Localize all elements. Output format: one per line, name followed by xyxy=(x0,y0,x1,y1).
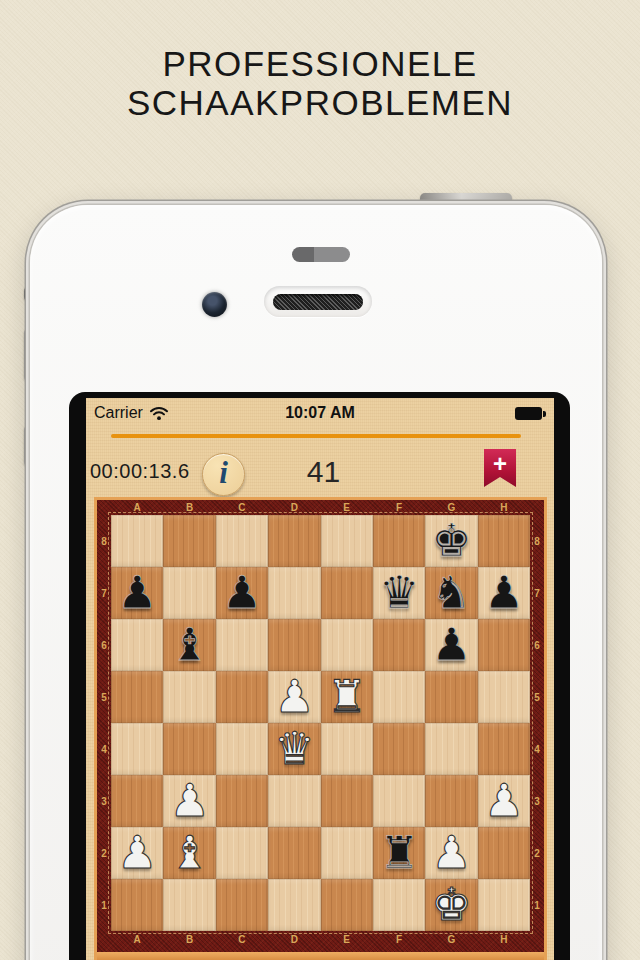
square-f7[interactable]: ♛ xyxy=(373,567,425,619)
square-a5[interactable] xyxy=(111,671,163,723)
square-f2[interactable]: ♜ xyxy=(373,827,425,879)
square-e2[interactable] xyxy=(321,827,373,879)
square-e5[interactable]: ♜ xyxy=(321,671,373,723)
square-d8[interactable] xyxy=(268,515,320,567)
file-label: D xyxy=(268,934,320,945)
square-g1[interactable]: ♚ xyxy=(425,879,477,931)
square-g2[interactable]: ♟ xyxy=(425,827,477,879)
square-b1[interactable] xyxy=(163,879,215,931)
piece-white-king[interactable]: ♚ xyxy=(431,879,471,931)
piece-white-rook[interactable]: ♜ xyxy=(327,671,367,723)
file-label: B xyxy=(163,502,215,513)
piece-white-bishop[interactable]: ♝ xyxy=(169,827,209,879)
square-c7[interactable]: ♟ xyxy=(216,567,268,619)
square-d5[interactable]: ♟ xyxy=(268,671,320,723)
square-a3[interactable] xyxy=(111,775,163,827)
file-label: F xyxy=(373,934,425,945)
file-label: C xyxy=(216,934,268,945)
square-h1[interactable] xyxy=(478,879,530,931)
square-h4[interactable] xyxy=(478,723,530,775)
piece-black-pawn[interactable]: ♟ xyxy=(431,619,471,671)
file-label: G xyxy=(425,502,477,513)
rank-label: 7 xyxy=(530,588,544,599)
file-label: D xyxy=(268,502,320,513)
square-e3[interactable] xyxy=(321,775,373,827)
info-icon: i xyxy=(219,455,228,491)
rank-label: 6 xyxy=(530,640,544,651)
square-c8[interactable] xyxy=(216,515,268,567)
piece-white-pawn[interactable]: ♟ xyxy=(117,827,157,879)
square-e1[interactable] xyxy=(321,879,373,931)
rank-label: 7 xyxy=(97,588,111,599)
square-a2[interactable]: ♟ xyxy=(111,827,163,879)
square-a8[interactable] xyxy=(111,515,163,567)
piece-white-pawn[interactable]: ♟ xyxy=(484,775,524,827)
square-g3[interactable] xyxy=(425,775,477,827)
square-d3[interactable] xyxy=(268,775,320,827)
rank-label: 5 xyxy=(530,692,544,703)
file-label: A xyxy=(111,502,163,513)
rank-label: 5 xyxy=(97,692,111,703)
piece-black-rook[interactable]: ♜ xyxy=(379,827,419,879)
app-screen: Carrier 10:07 AM 00:00:13.6 i 41 + xyxy=(86,398,554,960)
square-d1[interactable] xyxy=(268,879,320,931)
piece-white-pawn[interactable]: ♟ xyxy=(431,827,471,879)
piece-black-pawn[interactable]: ♟ xyxy=(484,567,524,619)
square-h3[interactable]: ♟ xyxy=(478,775,530,827)
piece-white-pawn[interactable]: ♟ xyxy=(169,775,209,827)
square-d7[interactable] xyxy=(268,567,320,619)
piece-black-bishop[interactable]: ♝ xyxy=(169,619,209,671)
square-h2[interactable] xyxy=(478,827,530,879)
square-b3[interactable]: ♟ xyxy=(163,775,215,827)
piece-black-knight[interactable]: ♞ xyxy=(431,567,471,619)
square-a4[interactable] xyxy=(111,723,163,775)
rank-label: 4 xyxy=(97,744,111,755)
file-label: H xyxy=(478,502,530,513)
square-c1[interactable] xyxy=(216,879,268,931)
piece-black-king[interactable]: ♚ xyxy=(431,515,471,567)
rank-label: 1 xyxy=(97,900,111,911)
square-d6[interactable] xyxy=(268,619,320,671)
square-g8[interactable]: ♚ xyxy=(425,515,477,567)
square-g7[interactable]: ♞ xyxy=(425,567,477,619)
file-label: E xyxy=(321,502,373,513)
square-e7[interactable] xyxy=(321,567,373,619)
square-h5[interactable] xyxy=(478,671,530,723)
rank-label: 8 xyxy=(530,536,544,547)
plus-icon: + xyxy=(493,449,507,487)
chess-board[interactable]: ♚♟♟♛♞♟♝♟♟♜♛♟♟♟♝♜♟♚ xyxy=(111,515,530,931)
status-bar: Carrier 10:07 AM xyxy=(86,398,554,428)
square-h8[interactable] xyxy=(478,515,530,567)
rank-label: 4 xyxy=(530,744,544,755)
square-a7[interactable]: ♟ xyxy=(111,567,163,619)
square-e8[interactable] xyxy=(321,515,373,567)
square-f3[interactable] xyxy=(373,775,425,827)
piece-white-queen[interactable]: ♛ xyxy=(274,723,314,775)
square-g4[interactable] xyxy=(425,723,477,775)
proximity-sensor xyxy=(292,247,350,262)
file-label: G xyxy=(425,934,477,945)
rank-label: 3 xyxy=(530,796,544,807)
board-frame-trim xyxy=(97,952,544,960)
earpiece-speaker xyxy=(264,286,372,317)
problem-number: 41 xyxy=(281,455,366,489)
rank-label: 6 xyxy=(97,640,111,651)
square-e6[interactable] xyxy=(321,619,373,671)
square-f1[interactable] xyxy=(373,879,425,931)
rank-label: 8 xyxy=(97,536,111,547)
file-label: H xyxy=(478,934,530,945)
square-g6[interactable]: ♟ xyxy=(425,619,477,671)
square-b8[interactable] xyxy=(163,515,215,567)
square-h7[interactable]: ♟ xyxy=(478,567,530,619)
square-b7[interactable] xyxy=(163,567,215,619)
square-c4[interactable] xyxy=(216,723,268,775)
rank-labels-left: 87654321 xyxy=(97,515,111,931)
speaker-mesh xyxy=(273,294,363,310)
file-label: A xyxy=(111,934,163,945)
chess-board-frame: ABCDEFGH 87654321 ♚♟♟♛♞♟♝♟♟♜♛♟♟♟♝♜♟♚ 876… xyxy=(94,497,547,960)
square-f5[interactable] xyxy=(373,671,425,723)
rank-label: 2 xyxy=(97,848,111,859)
square-c2[interactable] xyxy=(216,827,268,879)
square-d4[interactable]: ♛ xyxy=(268,723,320,775)
square-c5[interactable] xyxy=(216,671,268,723)
file-labels-top: ABCDEFGH xyxy=(97,500,544,515)
bookmark-add-button[interactable]: + xyxy=(484,449,516,487)
rank-label: 1 xyxy=(530,900,544,911)
square-h6[interactable] xyxy=(478,619,530,671)
file-label: F xyxy=(373,502,425,513)
square-f8[interactable] xyxy=(373,515,425,567)
square-a1[interactable] xyxy=(111,879,163,931)
square-b2[interactable]: ♝ xyxy=(163,827,215,879)
file-label: B xyxy=(163,934,215,945)
info-button[interactable]: i xyxy=(202,453,245,496)
square-e4[interactable] xyxy=(321,723,373,775)
square-f4[interactable] xyxy=(373,723,425,775)
app-title-line2: SCHAAKPROBLEMEN xyxy=(0,83,640,122)
timer-display: 00:00:13.6 xyxy=(90,460,190,483)
app-title: PROFESSIONELE SCHAAKPROBLEMEN xyxy=(0,44,640,122)
app-title-line1: PROFESSIONELE xyxy=(0,44,640,83)
square-c6[interactable] xyxy=(216,619,268,671)
orange-divider xyxy=(111,434,521,438)
rank-labels-right: 87654321 xyxy=(530,515,544,931)
file-label: E xyxy=(321,934,373,945)
square-a6[interactable] xyxy=(111,619,163,671)
piece-black-queen[interactable]: ♛ xyxy=(379,567,419,619)
square-b4[interactable] xyxy=(163,723,215,775)
piece-white-pawn[interactable]: ♟ xyxy=(274,671,314,723)
rank-label: 3 xyxy=(97,796,111,807)
square-b5[interactable] xyxy=(163,671,215,723)
front-camera-icon xyxy=(202,292,227,317)
square-d2[interactable] xyxy=(268,827,320,879)
piece-black-pawn[interactable]: ♟ xyxy=(117,567,157,619)
rank-label: 2 xyxy=(530,848,544,859)
square-f6[interactable] xyxy=(373,619,425,671)
square-g5[interactable] xyxy=(425,671,477,723)
iphone-frame: Carrier 10:07 AM 00:00:13.6 i 41 + xyxy=(30,205,602,960)
file-labels-bottom: ABCDEFGH xyxy=(97,931,544,947)
piece-black-pawn[interactable]: ♟ xyxy=(222,567,262,619)
square-b6[interactable]: ♝ xyxy=(163,619,215,671)
square-c3[interactable] xyxy=(216,775,268,827)
file-label: C xyxy=(216,502,268,513)
battery-icon xyxy=(515,407,546,420)
status-time: 10:07 AM xyxy=(86,404,554,422)
screen-bezel: Carrier 10:07 AM 00:00:13.6 i 41 + xyxy=(69,392,570,960)
